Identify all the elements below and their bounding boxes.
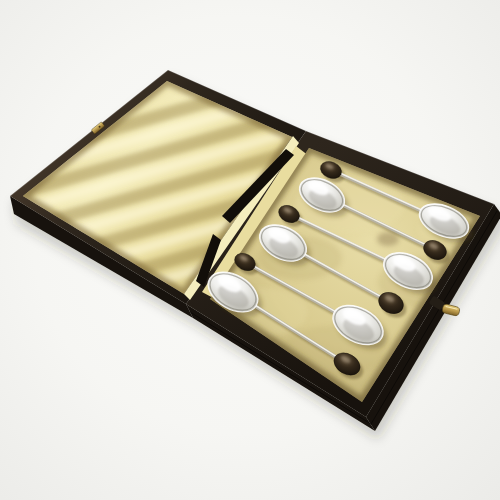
scene-svg (0, 0, 500, 500)
photo-cased-coffee-bean-spoons (0, 0, 500, 500)
